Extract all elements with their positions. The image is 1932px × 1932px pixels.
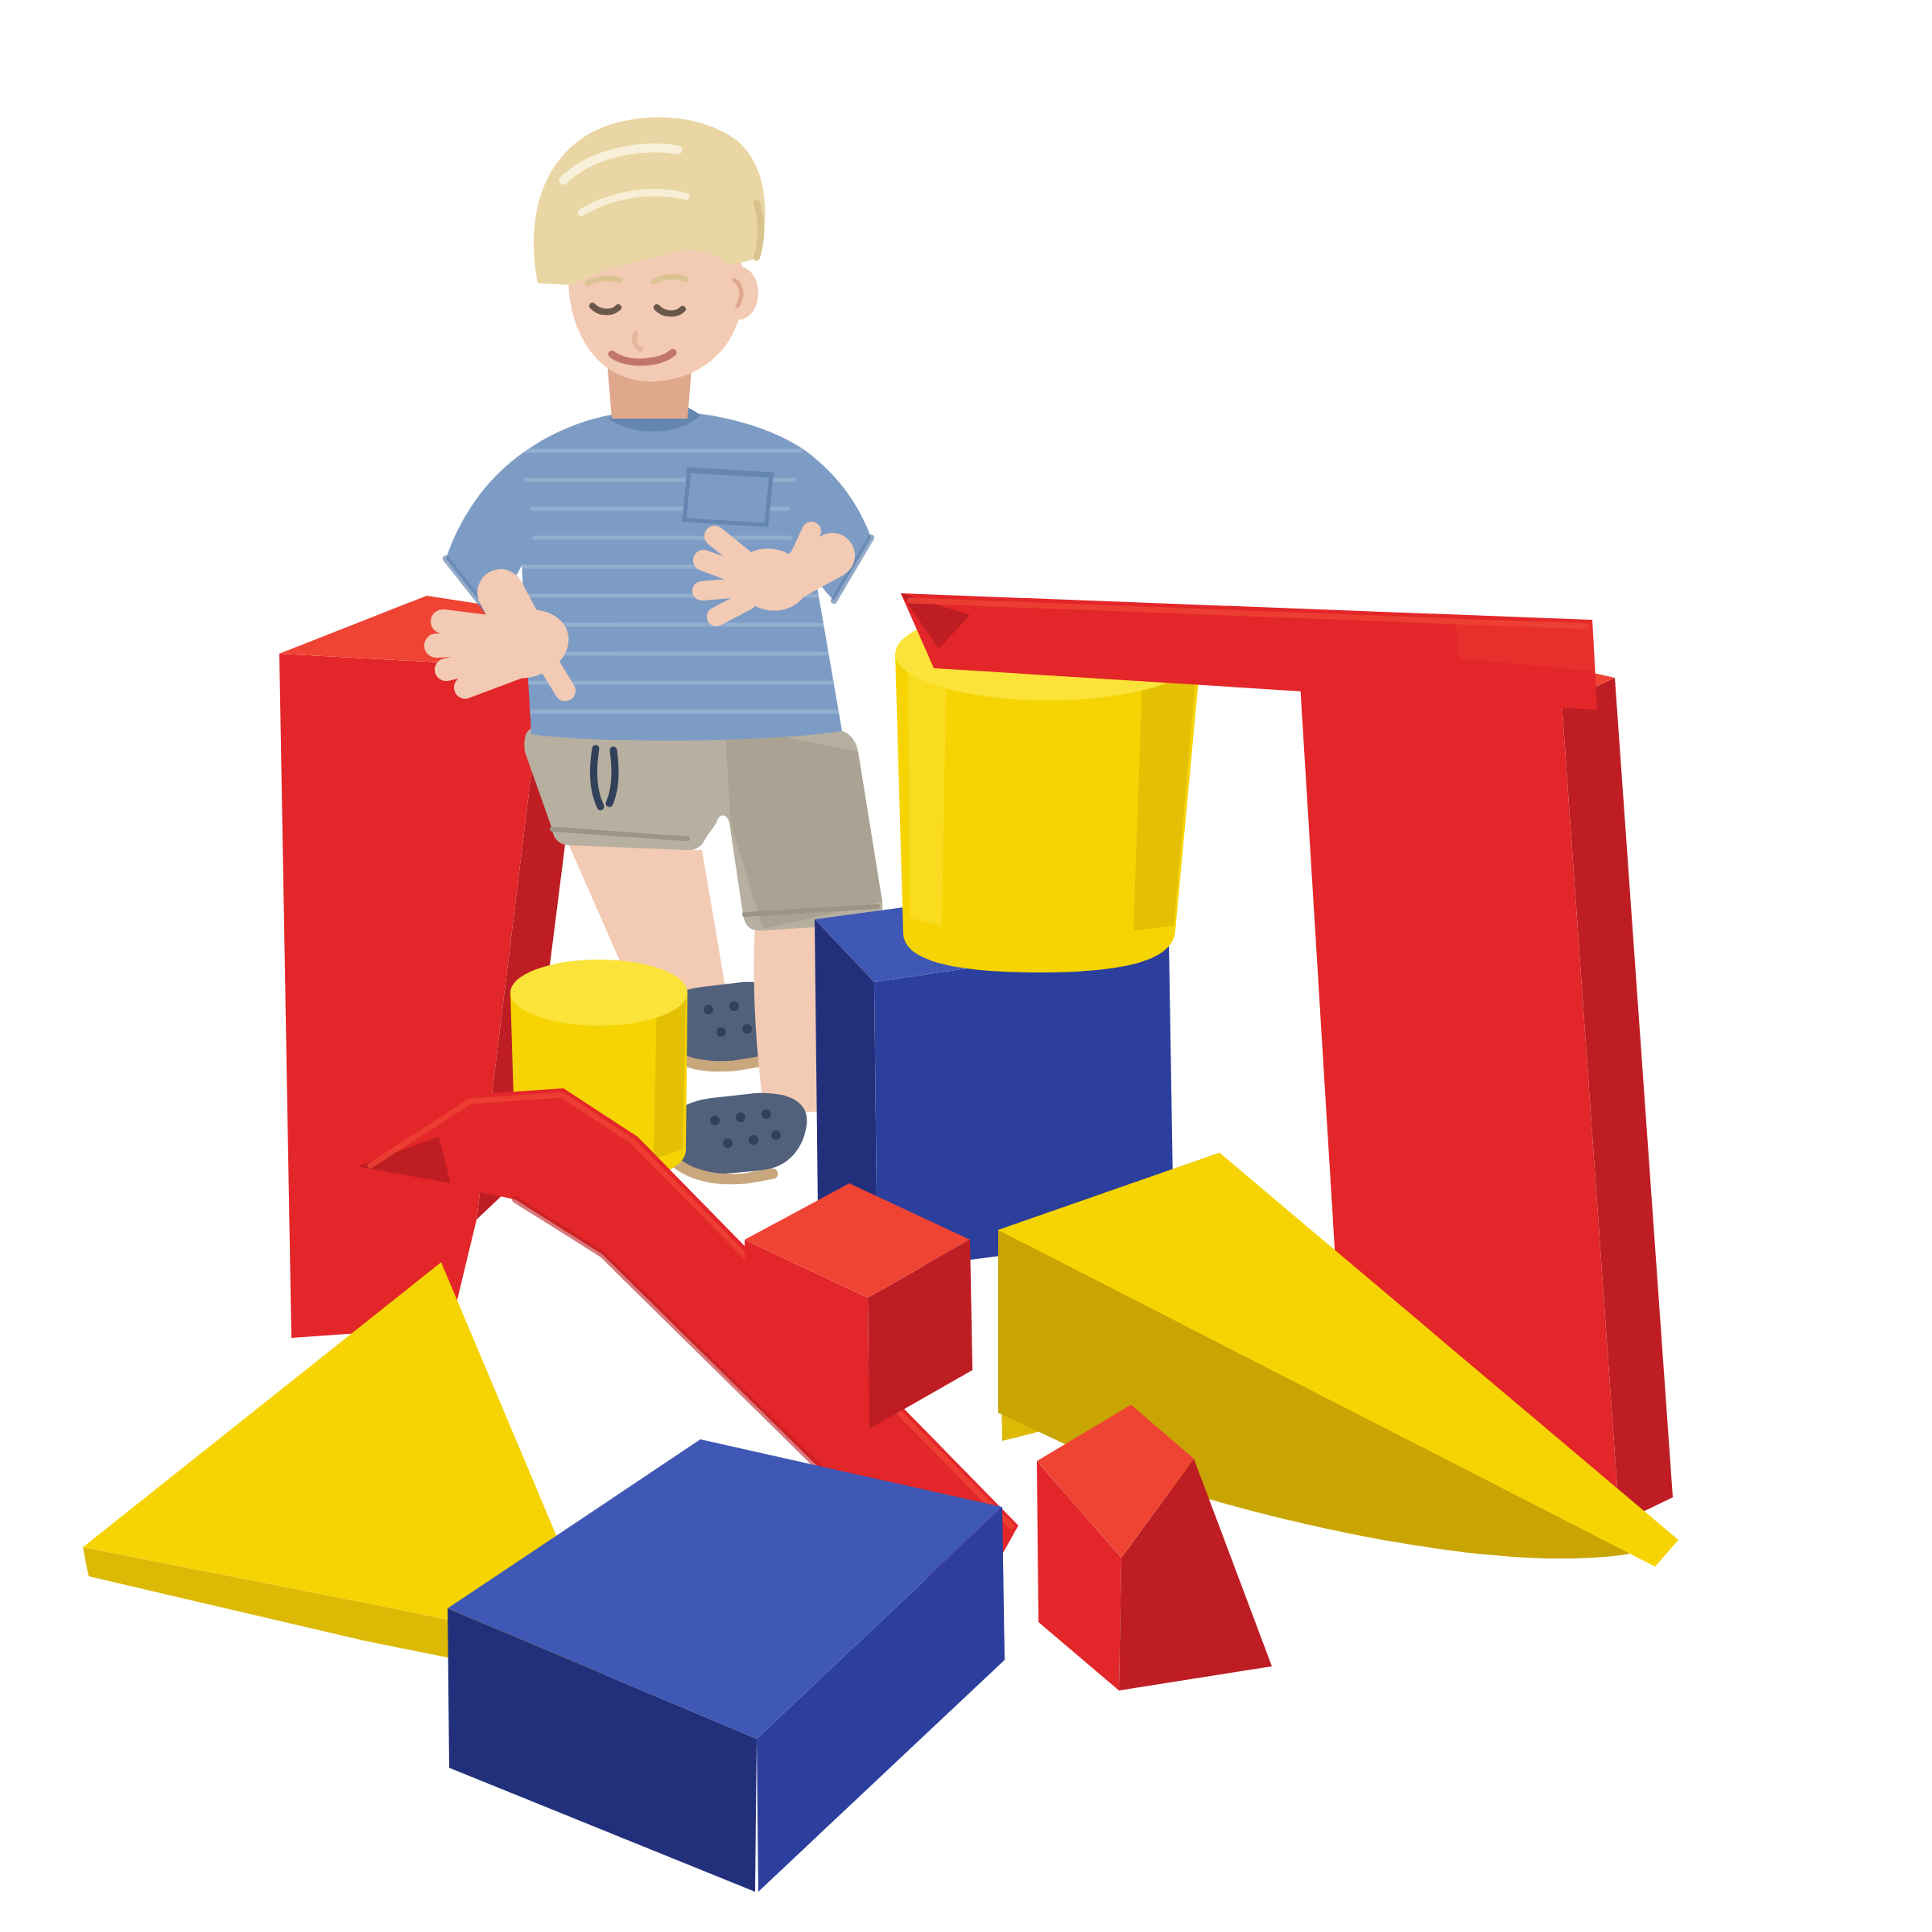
- cylinder-yellow-large-highlight: [908, 655, 947, 926]
- cylinder-yellow-small-top: [510, 960, 687, 1026]
- cylinder-yellow-small-shade: [654, 994, 686, 1159]
- scene-soft-blocks-product-photo: [0, 0, 1932, 1932]
- scene-svg: [0, 0, 1932, 1932]
- toddler-ear: [720, 266, 758, 320]
- shirt-pocket: [684, 470, 771, 525]
- cylinder-yellow-large-shade: [1133, 655, 1198, 931]
